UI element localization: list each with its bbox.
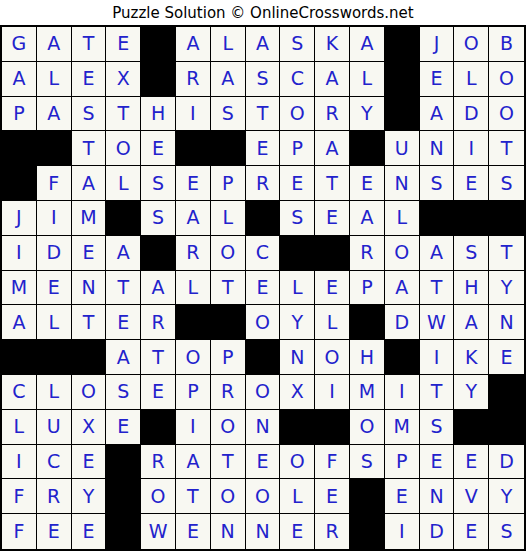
- cell-r12c6: I: [176, 410, 211, 445]
- cell-r7c7: O: [211, 236, 246, 271]
- cell-r3c13: A: [420, 97, 455, 132]
- cell-r8c15: Y: [489, 271, 524, 306]
- cell-r10c9: N: [280, 340, 315, 375]
- cell-r5c14: E: [454, 166, 489, 201]
- cell-r2c11: L: [350, 62, 385, 97]
- cell-r9c8: O: [246, 305, 281, 340]
- page: Puzzle Solution © OnlineCrosswords.net G…: [0, 0, 526, 551]
- cell-r6c9: S: [280, 201, 315, 236]
- cell-r15c6: E: [176, 514, 211, 549]
- cell-r14c8: O: [246, 479, 281, 514]
- cell-r1c10: K: [315, 27, 350, 62]
- cell-r9c1: A: [2, 305, 37, 340]
- cell-r2c14: L: [454, 62, 489, 97]
- block-cell-r14c4: [106, 479, 141, 514]
- cell-r11c11: M: [350, 375, 385, 410]
- cell-r9c2: L: [37, 305, 72, 340]
- block-cell-r1c5: [141, 27, 176, 62]
- cell-r15c1: F: [2, 514, 37, 549]
- cell-r2c9: C: [280, 62, 315, 97]
- cell-r3c8: T: [246, 97, 281, 132]
- cell-r9c3: T: [72, 305, 107, 340]
- cell-r13c14: E: [454, 445, 489, 480]
- cell-r13c11: S: [350, 445, 385, 480]
- cell-r5c10: T: [315, 166, 350, 201]
- cell-r7c14: S: [454, 236, 489, 271]
- cell-r7c12: O: [385, 236, 420, 271]
- cell-r1c11: A: [350, 27, 385, 62]
- cell-r4c8: E: [246, 131, 281, 166]
- cell-r4c13: N: [420, 131, 455, 166]
- cell-r11c1: C: [2, 375, 37, 410]
- cell-r4c10: A: [315, 131, 350, 166]
- cell-r15c15: S: [489, 514, 524, 549]
- cell-r11c14: Y: [454, 375, 489, 410]
- cell-r1c14: O: [454, 27, 489, 62]
- cell-r5c8: R: [246, 166, 281, 201]
- cell-r7c11: R: [350, 236, 385, 271]
- cell-r8c1: M: [2, 271, 37, 306]
- cell-r14c7: O: [211, 479, 246, 514]
- cell-r2c2: L: [37, 62, 72, 97]
- cell-r2c10: A: [315, 62, 350, 97]
- cell-r9c14: A: [454, 305, 489, 340]
- cell-r11c2: L: [37, 375, 72, 410]
- cell-r12c7: O: [211, 410, 246, 445]
- cell-r15c3: E: [72, 514, 107, 549]
- cell-r7c3: E: [72, 236, 107, 271]
- block-cell-r9c7: [211, 305, 246, 340]
- cell-r7c1: I: [2, 236, 37, 271]
- cell-r12c2: U: [37, 410, 72, 445]
- cell-r8c3: N: [72, 271, 107, 306]
- cell-r9c9: Y: [280, 305, 315, 340]
- block-cell-r12c9: [280, 410, 315, 445]
- cell-r13c1: I: [2, 445, 37, 480]
- cell-r5c5: S: [141, 166, 176, 201]
- cell-r5c4: L: [106, 166, 141, 201]
- cell-r3c2: A: [37, 97, 72, 132]
- cell-r3c5: H: [141, 97, 176, 132]
- cell-r8c8: E: [246, 271, 281, 306]
- cell-r14c15: Y: [489, 479, 524, 514]
- block-cell-r12c5: [141, 410, 176, 445]
- cell-r15c7: N: [211, 514, 246, 549]
- cell-r12c1: L: [2, 410, 37, 445]
- cell-r1c7: L: [211, 27, 246, 62]
- cell-r14c14: V: [454, 479, 489, 514]
- block-cell-r5c1: [2, 166, 37, 201]
- block-cell-r4c6: [176, 131, 211, 166]
- cell-r2c4: X: [106, 62, 141, 97]
- cell-r12c12: M: [385, 410, 420, 445]
- cell-r1c1: G: [2, 27, 37, 62]
- cell-r10c15: E: [489, 340, 524, 375]
- cell-r11c12: I: [385, 375, 420, 410]
- cell-r6c3: M: [72, 201, 107, 236]
- cell-r1c15: B: [489, 27, 524, 62]
- block-cell-r1c12: [385, 27, 420, 62]
- cell-r15c8: N: [246, 514, 281, 549]
- cell-r9c12: D: [385, 305, 420, 340]
- cell-r11c7: R: [211, 375, 246, 410]
- cell-r13c2: C: [37, 445, 72, 480]
- cell-r11c8: O: [246, 375, 281, 410]
- cell-r13c6: A: [176, 445, 211, 480]
- cell-r6c6: A: [176, 201, 211, 236]
- cell-r3c15: O: [489, 97, 524, 132]
- cell-r8c13: T: [420, 271, 455, 306]
- cell-r3c7: S: [211, 97, 246, 132]
- block-cell-r6c4: [106, 201, 141, 236]
- block-cell-r13c4: [106, 445, 141, 480]
- cell-r13c10: F: [315, 445, 350, 480]
- cell-r9c13: W: [420, 305, 455, 340]
- cell-r7c15: T: [489, 236, 524, 271]
- cell-r8c5: A: [141, 271, 176, 306]
- block-cell-r6c15: [489, 201, 524, 236]
- cell-r2c15: O: [489, 62, 524, 97]
- block-cell-r4c11: [350, 131, 385, 166]
- cell-r15c9: E: [280, 514, 315, 549]
- cell-r14c6: T: [176, 479, 211, 514]
- cell-r8c6: L: [176, 271, 211, 306]
- cell-r1c4: E: [106, 27, 141, 62]
- cell-r12c3: X: [72, 410, 107, 445]
- cell-r6c11: A: [350, 201, 385, 236]
- cell-r12c4: E: [106, 410, 141, 445]
- cell-r5c2: F: [37, 166, 72, 201]
- cell-r10c13: I: [420, 340, 455, 375]
- cell-r5c6: E: [176, 166, 211, 201]
- cell-r14c1: F: [2, 479, 37, 514]
- cell-r9c15: N: [489, 305, 524, 340]
- cell-r2c3: E: [72, 62, 107, 97]
- block-cell-r4c2: [37, 131, 72, 166]
- cell-r6c10: E: [315, 201, 350, 236]
- cell-r2c7: A: [211, 62, 246, 97]
- block-cell-r3c12: [385, 97, 420, 132]
- cell-r6c1: J: [2, 201, 37, 236]
- cell-r2c1: A: [2, 62, 37, 97]
- cell-r11c6: P: [176, 375, 211, 410]
- cell-r8c4: T: [106, 271, 141, 306]
- cell-r8c10: E: [315, 271, 350, 306]
- block-cell-r12c15: [489, 410, 524, 445]
- cell-r15c14: E: [454, 514, 489, 549]
- cell-r10c6: O: [176, 340, 211, 375]
- cell-r2c8: S: [246, 62, 281, 97]
- cell-r6c2: I: [37, 201, 72, 236]
- cell-r3c1: P: [2, 97, 37, 132]
- cell-r14c13: N: [420, 479, 455, 514]
- cell-r10c11: H: [350, 340, 385, 375]
- cell-r8c12: A: [385, 271, 420, 306]
- cell-r13c7: T: [211, 445, 246, 480]
- cell-r1c6: A: [176, 27, 211, 62]
- page-title: Puzzle Solution © OnlineCrosswords.net: [0, 0, 526, 25]
- block-cell-r10c12: [385, 340, 420, 375]
- cell-r3c9: O: [280, 97, 315, 132]
- cell-r11c5: E: [141, 375, 176, 410]
- block-cell-r12c14: [454, 410, 489, 445]
- cell-r4c3: T: [72, 131, 107, 166]
- cell-r12c11: O: [350, 410, 385, 445]
- cell-r5c12: N: [385, 166, 420, 201]
- block-cell-r14c11: [350, 479, 385, 514]
- cell-r5c9: E: [280, 166, 315, 201]
- block-cell-r7c5: [141, 236, 176, 271]
- block-cell-r2c5: [141, 62, 176, 97]
- cell-r5c15: S: [489, 166, 524, 201]
- cell-r1c8: A: [246, 27, 281, 62]
- cell-r4c12: U: [385, 131, 420, 166]
- block-cell-r10c2: [37, 340, 72, 375]
- cell-r6c5: S: [141, 201, 176, 236]
- cell-r14c10: E: [315, 479, 350, 514]
- cell-r8c2: E: [37, 271, 72, 306]
- cell-r11c10: I: [315, 375, 350, 410]
- block-cell-r6c14: [454, 201, 489, 236]
- cell-r8c9: L: [280, 271, 315, 306]
- cell-r10c10: O: [315, 340, 350, 375]
- cell-r3c14: D: [454, 97, 489, 132]
- block-cell-r10c3: [72, 340, 107, 375]
- block-cell-r4c7: [211, 131, 246, 166]
- cell-r14c9: L: [280, 479, 315, 514]
- cell-r9c4: E: [106, 305, 141, 340]
- block-cell-r2c12: [385, 62, 420, 97]
- cell-r4c4: O: [106, 131, 141, 166]
- cell-r14c2: R: [37, 479, 72, 514]
- cell-r1c2: A: [37, 27, 72, 62]
- block-cell-r9c6: [176, 305, 211, 340]
- cell-r7c2: D: [37, 236, 72, 271]
- block-cell-r10c1: [2, 340, 37, 375]
- cell-r6c12: L: [385, 201, 420, 236]
- cell-r13c15: D: [489, 445, 524, 480]
- cell-r13c13: E: [420, 445, 455, 480]
- cell-r15c2: E: [37, 514, 72, 549]
- cell-r1c9: S: [280, 27, 315, 62]
- block-cell-r11c15: [489, 375, 524, 410]
- cell-r5c3: A: [72, 166, 107, 201]
- cell-r12c13: S: [420, 410, 455, 445]
- cell-r13c8: E: [246, 445, 281, 480]
- cell-r3c10: R: [315, 97, 350, 132]
- cell-r15c5: W: [141, 514, 176, 549]
- cell-r13c12: P: [385, 445, 420, 480]
- cell-r14c3: Y: [72, 479, 107, 514]
- cell-r5c7: P: [211, 166, 246, 201]
- block-cell-r15c4: [106, 514, 141, 549]
- cell-r4c14: I: [454, 131, 489, 166]
- cell-r12c8: N: [246, 410, 281, 445]
- cell-r9c10: L: [315, 305, 350, 340]
- cell-r11c9: X: [280, 375, 315, 410]
- cell-r5c13: S: [420, 166, 455, 201]
- cell-r5c11: E: [350, 166, 385, 201]
- cell-r8c14: H: [454, 271, 489, 306]
- cell-r4c5: E: [141, 131, 176, 166]
- cell-r3c4: T: [106, 97, 141, 132]
- cell-r10c14: K: [454, 340, 489, 375]
- cell-r10c5: T: [141, 340, 176, 375]
- cell-r2c13: E: [420, 62, 455, 97]
- cell-r3c11: Y: [350, 97, 385, 132]
- cell-r6c7: L: [211, 201, 246, 236]
- cell-r8c7: T: [211, 271, 246, 306]
- cell-r13c5: R: [141, 445, 176, 480]
- block-cell-r7c9: [280, 236, 315, 271]
- cell-r11c13: T: [420, 375, 455, 410]
- cell-r11c4: S: [106, 375, 141, 410]
- cell-r2c6: R: [176, 62, 211, 97]
- cell-r15c12: I: [385, 514, 420, 549]
- block-cell-r10c8: [246, 340, 281, 375]
- cell-r4c9: P: [280, 131, 315, 166]
- block-cell-r12c10: [315, 410, 350, 445]
- cell-r10c7: P: [211, 340, 246, 375]
- cell-r3c6: I: [176, 97, 211, 132]
- cell-r4c15: T: [489, 131, 524, 166]
- cell-r10c4: A: [106, 340, 141, 375]
- cell-r1c3: T: [72, 27, 107, 62]
- cell-r14c12: E: [385, 479, 420, 514]
- crossword-grid: GATEALASKAJOBALEXRASCALELOPASTHISTORYADO…: [0, 25, 526, 551]
- block-cell-r7c10: [315, 236, 350, 271]
- cell-r7c6: R: [176, 236, 211, 271]
- cell-r1c13: J: [420, 27, 455, 62]
- cell-r15c13: D: [420, 514, 455, 549]
- cell-r11c3: O: [72, 375, 107, 410]
- cell-r7c4: A: [106, 236, 141, 271]
- block-cell-r15c11: [350, 514, 385, 549]
- cell-r14c5: O: [141, 479, 176, 514]
- block-cell-r9c11: [350, 305, 385, 340]
- cell-r3c3: S: [72, 97, 107, 132]
- cell-r9c5: R: [141, 305, 176, 340]
- block-cell-r4c1: [2, 131, 37, 166]
- cell-r13c9: O: [280, 445, 315, 480]
- cell-r13c3: E: [72, 445, 107, 480]
- cell-r7c13: A: [420, 236, 455, 271]
- cell-r8c11: P: [350, 271, 385, 306]
- cell-r15c10: R: [315, 514, 350, 549]
- cell-r7c8: C: [246, 236, 281, 271]
- block-cell-r6c13: [420, 201, 455, 236]
- block-cell-r6c8: [246, 201, 281, 236]
